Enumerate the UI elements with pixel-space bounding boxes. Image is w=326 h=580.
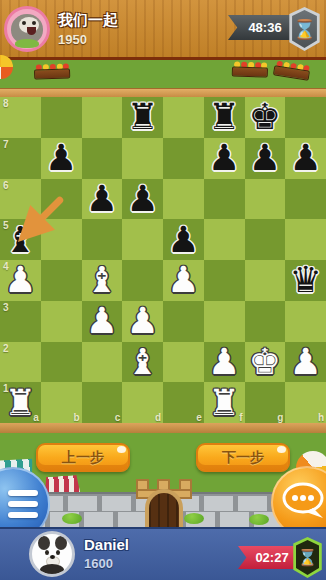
square-f5[interactable] bbox=[204, 219, 245, 260]
square-g4[interactable] bbox=[245, 260, 286, 301]
square-c5[interactable] bbox=[82, 219, 123, 260]
rank-label-6: 6 bbox=[3, 180, 9, 191]
previous-move-button[interactable]: 上一步 bbox=[36, 443, 130, 472]
board-frame-bottom bbox=[0, 423, 326, 433]
square-d2[interactable]: ♝ bbox=[122, 342, 163, 383]
square-h1[interactable]: h bbox=[285, 382, 326, 423]
opponent-clock: 48:36 bbox=[228, 15, 294, 40]
square-d6[interactable]: ♟ bbox=[122, 179, 163, 220]
piece-white-pawn[interactable]: ♟ bbox=[0, 260, 41, 301]
piece-black-pawn[interactable]: ♟ bbox=[82, 179, 123, 220]
square-a1[interactable]: 1a♜ bbox=[0, 382, 41, 423]
file-label-d: d bbox=[155, 412, 161, 423]
castle-door bbox=[145, 489, 183, 527]
square-f7[interactable]: ♟ bbox=[204, 138, 245, 179]
opponent-rating: 1950 bbox=[58, 32, 87, 47]
square-a7[interactable]: 7 bbox=[0, 138, 41, 179]
square-g8[interactable]: ♚ bbox=[245, 97, 286, 138]
square-a5[interactable]: 5♝ bbox=[0, 219, 41, 260]
square-b5[interactable] bbox=[41, 219, 82, 260]
avatar-grass bbox=[15, 39, 39, 48]
square-g3[interactable] bbox=[245, 301, 286, 342]
piece-black-pawn[interactable]: ♟ bbox=[122, 179, 163, 220]
piece-white-pawn[interactable]: ♟ bbox=[285, 342, 326, 383]
button-shine bbox=[117, 446, 126, 453]
chess-app-screen: 我们一起 1950 48:36 ⌛ 8♜♜♚7♟♟♟♟6♟♟5♝♟4♟♝♟♛3♟… bbox=[0, 0, 326, 580]
square-c6[interactable]: ♟ bbox=[82, 179, 123, 220]
square-a2[interactable]: 2 bbox=[0, 342, 41, 383]
piece-black-pawn[interactable]: ♟ bbox=[285, 138, 326, 179]
square-a6[interactable]: 6 bbox=[0, 179, 41, 220]
bush bbox=[184, 513, 204, 524]
hamburger-icon bbox=[8, 512, 38, 518]
square-d5[interactable] bbox=[122, 219, 163, 260]
square-a4[interactable]: 4♟ bbox=[0, 260, 41, 301]
square-g5[interactable] bbox=[245, 219, 286, 260]
square-e2[interactable] bbox=[163, 342, 204, 383]
square-d7[interactable] bbox=[122, 138, 163, 179]
square-d3[interactable]: ♟ bbox=[122, 301, 163, 342]
square-h2[interactable]: ♟ bbox=[285, 342, 326, 383]
square-c7[interactable] bbox=[82, 138, 123, 179]
piece-black-king[interactable]: ♚ bbox=[245, 97, 286, 138]
opponent-info-bar: 我们一起 1950 48:36 ⌛ bbox=[0, 0, 326, 60]
piece-white-pawn[interactable]: ♟ bbox=[122, 301, 163, 342]
piece-black-pawn[interactable]: ♟ bbox=[204, 138, 245, 179]
piece-white-pawn[interactable]: ♟ bbox=[204, 342, 245, 383]
piece-black-rook[interactable]: ♜ bbox=[122, 97, 163, 138]
avatar-eye bbox=[45, 550, 49, 555]
opponent-name: 我们一起 bbox=[58, 11, 118, 30]
square-d8[interactable]: ♜ bbox=[122, 97, 163, 138]
square-c3[interactable]: ♟ bbox=[82, 301, 123, 342]
opponent-avatar bbox=[4, 6, 50, 52]
square-h6[interactable] bbox=[285, 179, 326, 220]
hourglass-icon: ⌛ bbox=[291, 10, 318, 48]
square-a3[interactable]: 3 bbox=[0, 301, 41, 342]
hourglass-icon: ⌛ bbox=[295, 540, 320, 575]
rank-label-3: 3 bbox=[3, 302, 9, 313]
square-d4[interactable] bbox=[122, 260, 163, 301]
square-f6[interactable] bbox=[204, 179, 245, 220]
piece-white-rook[interactable]: ♜ bbox=[204, 382, 245, 423]
piece-white-bishop[interactable]: ♝ bbox=[82, 260, 123, 301]
player-clock: 02:27 bbox=[238, 546, 298, 569]
square-e8[interactable] bbox=[163, 97, 204, 138]
square-f3[interactable] bbox=[204, 301, 245, 342]
square-e1[interactable]: e bbox=[163, 382, 204, 423]
piece-white-pawn[interactable]: ♟ bbox=[82, 301, 123, 342]
square-a8[interactable]: 8 bbox=[0, 97, 41, 138]
square-e7[interactable] bbox=[163, 138, 204, 179]
square-e4[interactable]: ♟ bbox=[163, 260, 204, 301]
avatar-ear bbox=[38, 536, 50, 550]
square-b3[interactable] bbox=[41, 301, 82, 342]
file-label-h: h bbox=[318, 412, 324, 423]
square-c2[interactable] bbox=[82, 342, 123, 383]
hamburger-icon bbox=[8, 501, 38, 507]
square-h7[interactable]: ♟ bbox=[285, 138, 326, 179]
flower-planter bbox=[232, 59, 269, 77]
square-d1[interactable]: d bbox=[122, 382, 163, 423]
player-rating: 1600 bbox=[84, 556, 113, 571]
piece-black-pawn[interactable]: ♟ bbox=[41, 138, 82, 179]
piece-black-pawn[interactable]: ♟ bbox=[163, 219, 204, 260]
rank-label-7: 7 bbox=[3, 139, 9, 150]
square-g7[interactable]: ♟ bbox=[245, 138, 286, 179]
square-c8[interactable] bbox=[82, 97, 123, 138]
square-h4[interactable]: ♛ bbox=[285, 260, 326, 301]
file-label-c: c bbox=[115, 412, 121, 423]
square-f4[interactable] bbox=[204, 260, 245, 301]
square-b2[interactable] bbox=[41, 342, 82, 383]
square-h8[interactable] bbox=[285, 97, 326, 138]
square-g1[interactable]: g bbox=[245, 382, 286, 423]
piece-white-pawn[interactable]: ♟ bbox=[163, 260, 204, 301]
rank-label-2: 2 bbox=[3, 343, 9, 354]
rank-label-8: 8 bbox=[3, 98, 9, 109]
avatar-ear bbox=[55, 536, 67, 550]
opponent-clock-badge: ⌛ bbox=[288, 7, 321, 51]
piece-white-bishop[interactable]: ♝ bbox=[122, 342, 163, 383]
piece-black-bishop[interactable]: ♝ bbox=[0, 219, 41, 260]
square-h3[interactable] bbox=[285, 301, 326, 342]
player-avatar bbox=[29, 531, 75, 577]
flower-planter bbox=[273, 58, 311, 80]
chat-bubble-icon bbox=[273, 474, 326, 534]
piece-white-rook[interactable]: ♜ bbox=[0, 382, 41, 423]
hamburger-icon bbox=[8, 490, 38, 496]
piece-black-rook[interactable]: ♜ bbox=[204, 97, 245, 138]
square-e5[interactable]: ♟ bbox=[163, 219, 204, 260]
flower-planter bbox=[34, 61, 71, 79]
square-f1[interactable]: f♜ bbox=[204, 382, 245, 423]
square-b7[interactable]: ♟ bbox=[41, 138, 82, 179]
square-g2[interactable]: ♚ bbox=[245, 342, 286, 383]
player-name: Daniel bbox=[84, 536, 129, 553]
file-label-b: b bbox=[73, 412, 79, 423]
avatar-nose bbox=[50, 555, 55, 559]
button-shine bbox=[277, 446, 286, 453]
square-c1[interactable]: c bbox=[82, 382, 123, 423]
square-b1[interactable]: b bbox=[41, 382, 82, 423]
file-label-e: e bbox=[196, 412, 202, 423]
chess-board[interactable]: 8♜♜♚7♟♟♟♟6♟♟5♝♟4♟♝♟♛3♟♟2♝♟♚♟1a♜bcdef♜gh bbox=[0, 97, 326, 423]
piece-black-queen[interactable]: ♛ bbox=[285, 260, 326, 301]
square-c4[interactable]: ♝ bbox=[82, 260, 123, 301]
avatar-eye bbox=[32, 21, 36, 25]
bush bbox=[62, 513, 82, 524]
avatar-eye bbox=[22, 21, 26, 25]
next-move-button[interactable]: 下一步 bbox=[196, 443, 290, 472]
square-f8[interactable]: ♜ bbox=[204, 97, 245, 138]
avatar-mouth bbox=[27, 27, 36, 35]
bush bbox=[249, 514, 269, 525]
square-f2[interactable]: ♟ bbox=[204, 342, 245, 383]
square-b6[interactable] bbox=[41, 179, 82, 220]
square-b4[interactable] bbox=[41, 260, 82, 301]
square-g6[interactable] bbox=[245, 179, 286, 220]
square-e3[interactable] bbox=[163, 301, 204, 342]
square-e6[interactable] bbox=[163, 179, 204, 220]
avatar-eye bbox=[56, 550, 60, 555]
avatar-chest bbox=[40, 564, 64, 576]
file-label-g: g bbox=[277, 412, 283, 423]
square-b8[interactable] bbox=[41, 97, 82, 138]
piece-white-king[interactable]: ♚ bbox=[245, 342, 286, 383]
piece-black-pawn[interactable]: ♟ bbox=[245, 138, 286, 179]
square-h5[interactable] bbox=[285, 219, 326, 260]
